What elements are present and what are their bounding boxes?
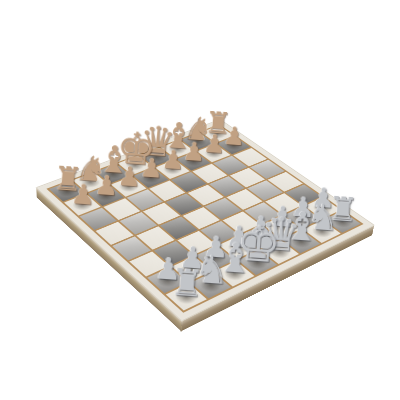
square-h1: ♜ — [166, 283, 207, 310]
square-h7: ♟ — [64, 194, 101, 215]
chess-set-photo: ♜♟♟♜♞♟♟♞♝♟♟♝♛♟♟♛♚♟♟♚♝♟♟♝♞♟♟♞♜♟♟♜ — [0, 0, 400, 400]
chess-board: ♜♟♟♜♞♟♟♞♝♟♟♝♛♟♟♛♚♟♟♚♝♟♟♝♞♟♟♞♜♟♟♜ — [35, 119, 375, 321]
piece-black-pawn-e7: ♟ — [139, 154, 164, 182]
board-grid: ♜♟♟♜♞♟♟♞♝♟♟♝♛♟♟♛♚♟♟♚♝♟♟♝♞♟♟♞♜♟♟♜ — [46, 124, 363, 313]
perspective-wrapper: ♜♟♟♜♞♟♟♞♝♟♟♝♛♟♟♛♚♟♟♚♝♟♟♝♞♟♟♞♜♟♟♜ — [74, 77, 332, 335]
board-orientation-wrapper: ♜♟♟♜♞♟♟♞♝♟♟♝♛♟♟♛♚♟♟♚♝♟♟♝♞♟♟♞♜♟♟♜ — [0, 0, 400, 400]
